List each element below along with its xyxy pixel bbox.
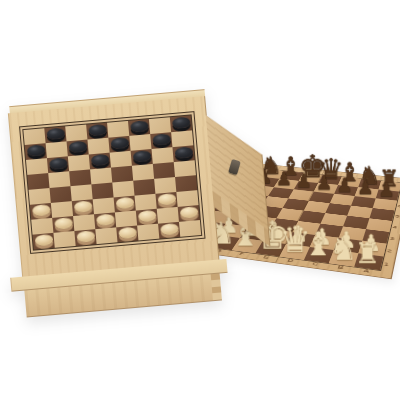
product-photo-stage: ♜♞♝♚♛♝♞♜♟♟♟♟♟♟♟♟♟♟♟♟♟♟♟♟♜♞♝♚♛♝♞♜ HGFEDCB…	[0, 0, 400, 400]
checker-black-man[interactable]	[48, 157, 67, 170]
checker-white-man[interactable]	[115, 196, 134, 209]
chess-piece-black-pawn-d7[interactable]: ♟	[314, 173, 335, 192]
box-finger-joints-side	[212, 191, 269, 246]
checkers-square-r8c5[interactable]	[116, 226, 138, 243]
checker-black-man[interactable]	[110, 136, 129, 149]
checker-white-man[interactable]	[157, 193, 176, 206]
checker-white-man[interactable]	[137, 209, 156, 222]
checker-black-man[interactable]	[132, 150, 151, 163]
checker-black-man[interactable]	[130, 120, 149, 133]
checkers-grid	[22, 114, 202, 250]
checkers-square-r8c8[interactable]	[179, 220, 201, 237]
chess-square-a7[interactable]: ♟	[376, 189, 400, 200]
box-lid	[8, 96, 220, 277]
chess-piece-black-pawn-c7[interactable]: ♟	[334, 176, 355, 195]
chess-piece-black-pawn-b7[interactable]: ♟	[355, 178, 376, 197]
chess-piece-black-pawn-f7[interactable]: ♟	[274, 169, 295, 188]
checker-black-man[interactable]	[88, 123, 107, 136]
chess-piece-black-pawn-a7[interactable]: ♟	[376, 180, 397, 199]
checkers-square-r8c1[interactable]	[33, 233, 55, 250]
checker-white-man[interactable]	[96, 213, 115, 226]
checkers-square-r8c2[interactable]	[53, 231, 75, 248]
checker-white-man[interactable]	[34, 233, 53, 246]
checkers-box	[7, 84, 277, 317]
checker-black-man[interactable]	[152, 133, 171, 146]
checker-white-man[interactable]	[118, 226, 137, 239]
checkers-board-frame	[19, 111, 205, 254]
checker-black-man[interactable]	[26, 144, 45, 157]
checker-black-man[interactable]	[90, 153, 109, 166]
checker-black-man[interactable]	[174, 146, 193, 159]
checker-white-man[interactable]	[179, 206, 198, 219]
checker-black-man[interactable]	[171, 116, 190, 129]
checkers-square-r8c4[interactable]	[95, 227, 117, 244]
chess-square-b6[interactable]	[351, 196, 376, 208]
checker-white-man[interactable]	[73, 200, 92, 213]
chess-piece-white-bishop-c1[interactable]: ♝	[304, 229, 330, 262]
chess-piece-white-queen-d1[interactable]: ♛	[279, 222, 304, 258]
checkers-square-r8c6[interactable]	[137, 224, 159, 241]
checker-white-man[interactable]	[160, 222, 179, 235]
checkers-square-r8c3[interactable]	[74, 229, 96, 246]
chess-piece-black-pawn-e7[interactable]: ♟	[294, 171, 315, 190]
checkers-square-r8c7[interactable]	[158, 222, 180, 239]
checker-black-man[interactable]	[68, 140, 87, 153]
checker-white-man[interactable]	[54, 217, 73, 230]
checker-black-man[interactable]	[46, 127, 65, 140]
chess-piece-white-rook-a1[interactable]: ♜	[354, 240, 380, 268]
chess-square-a1[interactable]: ♜	[354, 253, 383, 270]
checker-white-man[interactable]	[31, 204, 50, 217]
chess-piece-white-knight-b1[interactable]: ♞	[329, 233, 355, 265]
checker-white-man[interactable]	[76, 230, 95, 243]
box-finger-joints-front	[211, 274, 222, 301]
